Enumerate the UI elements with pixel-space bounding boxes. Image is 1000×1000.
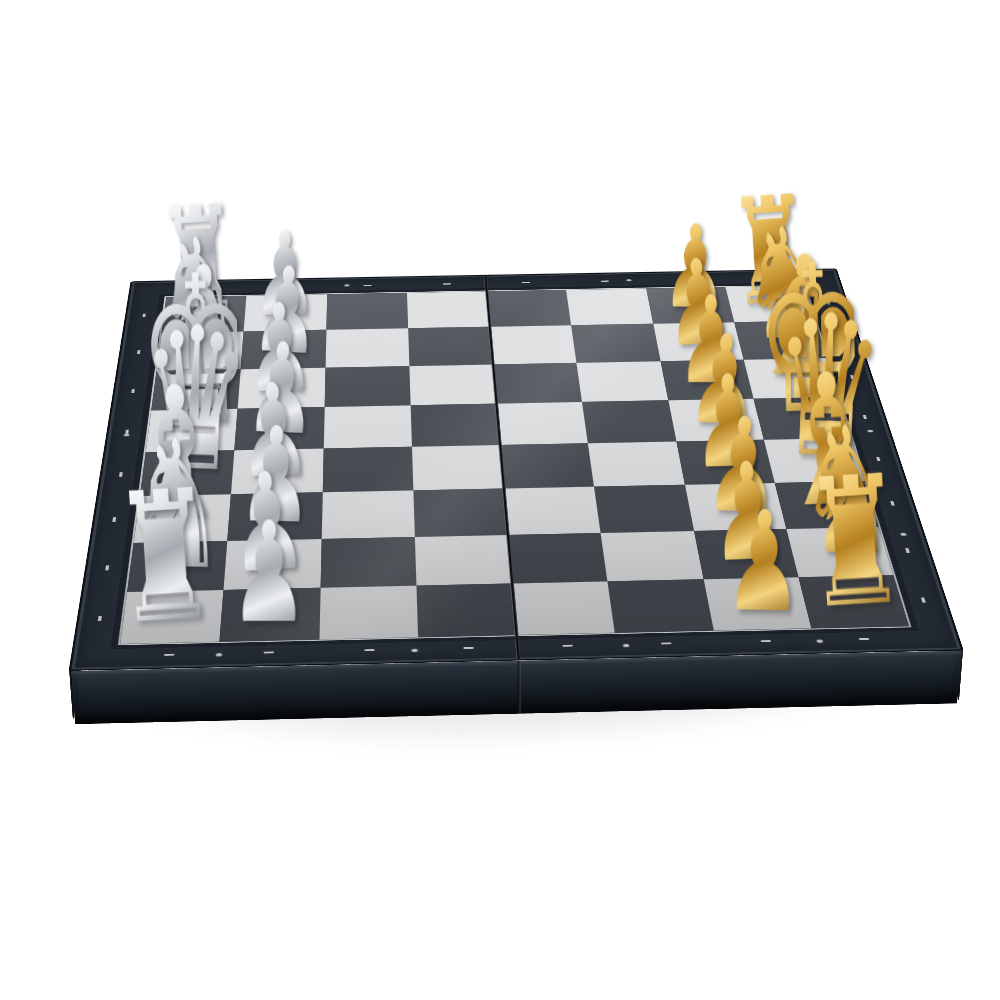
piece-silver-pawn[interactable]: ♟ <box>214 507 325 639</box>
coordinate-mark <box>443 283 451 284</box>
square-a7[interactable]: ♟ <box>703 577 811 630</box>
coordinate-mark <box>98 616 102 621</box>
coordinate-mark <box>463 647 473 649</box>
square-b3[interactable] <box>320 537 416 588</box>
coordinate-mark <box>921 597 926 602</box>
square-f4[interactable] <box>409 364 496 405</box>
coordinate-mark <box>601 280 609 281</box>
coordinate-mark <box>164 654 174 656</box>
screw-dot <box>411 649 417 652</box>
square-h4[interactable] <box>407 291 490 328</box>
square-g5[interactable] <box>490 325 577 364</box>
square-h5[interactable] <box>487 290 572 327</box>
coordinate-mark <box>264 651 274 653</box>
square-d4[interactable] <box>412 445 504 491</box>
perspective-stage: ♜♟♟♜♞♟♟♞♝♟♟♝♚♟♟♚♛♟♟♛♝♟♟♝♞♟♟♞♜♟♟♜ <box>0 0 1000 1000</box>
coordinate-mark <box>760 640 770 642</box>
square-d3[interactable] <box>322 447 413 493</box>
square-b4[interactable] <box>415 535 512 586</box>
square-e5[interactable] <box>496 402 588 445</box>
square-a2[interactable]: ♟ <box>220 588 320 642</box>
photo-background: ♜♟♟♜♞♟♟♞♝♟♟♝♚♟♟♚♛♟♟♛♝♟♟♝♞♟♟♞♜♟♟♜ <box>0 0 1000 1000</box>
coordinate-mark <box>364 649 374 651</box>
square-b5[interactable] <box>508 533 608 584</box>
piece-silver-rook[interactable]: ♜ <box>104 469 225 645</box>
coordinate-mark <box>859 638 870 640</box>
square-a4[interactable] <box>416 583 516 637</box>
square-e6[interactable] <box>582 400 676 443</box>
square-c6[interactable] <box>594 485 693 533</box>
coordinate-mark <box>661 642 671 644</box>
square-c3[interactable] <box>321 491 414 539</box>
coordinate-mark <box>363 285 371 286</box>
square-a1[interactable]: ♜ <box>120 590 223 644</box>
screw-dot <box>817 640 823 643</box>
square-a3[interactable] <box>319 586 418 640</box>
square-b6[interactable] <box>601 531 703 582</box>
coordinate-mark <box>522 282 530 283</box>
piece-gold-pawn[interactable]: ♟ <box>707 496 820 630</box>
square-e4[interactable] <box>410 404 500 447</box>
square-d5[interactable] <box>500 443 594 488</box>
coordinate-mark <box>563 645 573 647</box>
square-h6[interactable] <box>566 288 652 325</box>
square-g6[interactable] <box>571 324 660 363</box>
square-g3[interactable] <box>325 328 409 367</box>
screw-dot <box>627 279 632 281</box>
chess-box: ♜♟♟♜♞♟♟♞♝♟♟♝♚♟♟♚♛♟♟♛♝♟♟♝♞♟♟♞♜♟♟♜ <box>69 269 964 671</box>
coordinate-mark <box>105 565 109 570</box>
square-a6[interactable] <box>608 579 714 633</box>
screw-dot <box>344 284 349 286</box>
screw-dot <box>623 644 629 647</box>
square-a5[interactable] <box>512 581 615 635</box>
screw-dot <box>216 653 222 656</box>
box-side-seam <box>517 661 521 714</box>
